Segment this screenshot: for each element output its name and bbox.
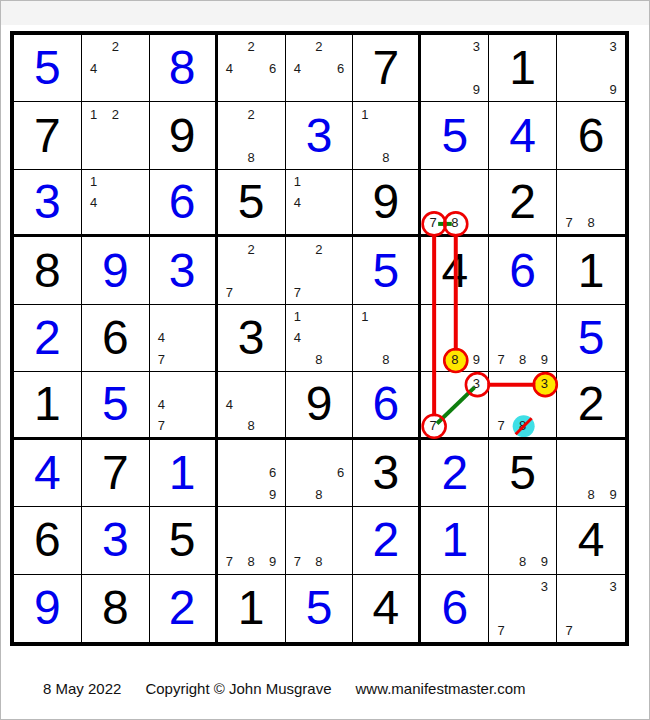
pencil-mark: 3 [602,36,624,57]
cell-r6c6[interactable]: 6 [353,372,421,439]
pencil-mark: 9 [262,551,284,572]
given-digit: 9 [373,178,400,226]
solved-digit: 5 [306,584,333,632]
pencil-mark: 4 [219,57,241,78]
cell-r6c1[interactable]: 1 [14,372,82,439]
pencil-mark: 8 [580,213,602,234]
given-digit: 2 [509,178,536,226]
pencil-mark: 1 [287,171,309,192]
cell-r1c2[interactable]: 24 [82,35,150,102]
pencil-mark: 7 [422,415,444,436]
cell-r1c9[interactable]: 39 [557,35,625,102]
pencil-mark: 8 [375,146,396,167]
given-digit: 6 [578,112,605,160]
given-digit: 6 [102,314,129,362]
pencil-mark: 8 [512,415,534,436]
cell-r1c6[interactable]: 7 [353,35,421,102]
pencil-mark: 6 [262,57,284,78]
cell-r3c7[interactable]: 78 [421,170,489,237]
cell-r7c6[interactable]: 3 [353,440,421,507]
pencil-mark: 8 [308,484,330,505]
pencil-mark: 4 [83,57,105,78]
cell-r6c4[interactable]: 48 [218,372,286,439]
cell-r5c1[interactable]: 2 [14,305,82,372]
pencil-mark: 7 [558,213,580,234]
given-digit: 3 [373,449,400,497]
solved-digit: 5 [34,44,61,92]
cell-r5c7[interactable]: 89 [421,305,489,372]
cell-r4c7[interactable]: 4 [421,237,489,304]
pencil-mark: 8 [240,551,262,572]
solved-digit: 6 [441,584,468,632]
cell-r3c4[interactable]: 5 [218,170,286,237]
pencil-mark: 8 [240,415,262,436]
pencil-mark: 7 [422,213,444,234]
pencil-mark: 4 [287,57,309,78]
cell-r2c9[interactable]: 6 [557,102,625,169]
cell-r4c1[interactable]: 8 [14,237,82,304]
solved-digit: 3 [306,112,333,160]
pencil-mark: 7 [490,349,512,370]
pencil-mark: 3 [533,373,555,394]
cell-r1c1[interactable]: 5 [14,35,82,102]
cell-r5c6[interactable]: 18 [353,305,421,372]
cell-r3c8[interactable]: 2 [489,170,557,237]
given-digit: 8 [34,247,61,295]
pencil-mark: 4 [83,192,105,213]
pencil-mark: 8 [308,349,330,370]
cell-r6c5[interactable]: 9 [286,372,354,439]
solved-digit: 4 [509,112,536,160]
solved-digit: 1 [169,449,196,497]
given-digit: 9 [306,380,333,428]
pencil-mark: 9 [466,349,488,370]
title-bar-strip [1,1,649,25]
pencil-mark: 7 [151,415,172,436]
given-digit: 7 [102,449,129,497]
cell-r9c1[interactable]: 9 [14,575,82,642]
pencil-mark: 9 [533,551,555,572]
pencil-mark: 8 [444,349,466,370]
cell-r1c3[interactable]: 8 [150,35,218,102]
cell-r4c5[interactable]: 27 [286,237,354,304]
cell-r8c8[interactable]: 89 [489,507,557,574]
cell-r2c7[interactable]: 5 [421,102,489,169]
pencil-mark: 6 [330,57,352,78]
pencil-mark: 3 [602,576,624,598]
pencil-mark: 7 [287,551,309,572]
pencil-mark: 9 [602,79,624,100]
footer-date: 8 May 2022 [43,680,121,697]
cell-r8c7[interactable]: 1 [421,507,489,574]
solved-digit: 6 [169,178,196,226]
pencil-mark: 3 [533,576,555,598]
footer: 8 May 2022 Copyright © John Musgrave www… [43,680,526,697]
pencil-mark: 7 [287,281,309,302]
cell-r2c8[interactable]: 4 [489,102,557,169]
cell-r9c5[interactable]: 5 [286,575,354,642]
cell-r8c6[interactable]: 2 [353,507,421,574]
pencil-mark: 7 [490,619,512,641]
cell-r6c2[interactable]: 5 [82,372,150,439]
cell-r6c8[interactable]: 378 [489,372,557,439]
given-digit: 5 [169,516,196,564]
given-digit: 1 [34,380,61,428]
pencil-mark: 7 [219,281,241,302]
given-digit: 8 [102,584,129,632]
solved-digit: 5 [578,314,605,362]
solved-digit: 1 [441,516,468,564]
cell-r2c3[interactable]: 9 [150,102,218,169]
cell-r1c4[interactable]: 246 [218,35,286,102]
given-digit: 3 [238,314,265,362]
pencil-mark: 2 [240,103,262,124]
cell-r3c9[interactable]: 78 [557,170,625,237]
solved-digit: 3 [169,247,196,295]
cell-r4c3[interactable]: 3 [150,237,218,304]
footer-url: www.manifestmaster.com [356,680,526,697]
given-digit: 1 [578,247,605,295]
cell-r2c1[interactable]: 7 [14,102,82,169]
pencil-mark: 6 [330,462,352,483]
cell-r7c1[interactable]: 4 [14,440,82,507]
pencil-mark: 4 [151,394,172,415]
cell-r4c6[interactable]: 5 [353,237,421,304]
cell-r8c9[interactable]: 4 [557,507,625,574]
pencil-mark: 1 [287,306,309,327]
cell-r2c6[interactable]: 18 [353,102,421,169]
pencil-mark: 8 [308,551,330,572]
solved-digit: 9 [102,247,129,295]
cell-r5c5[interactable]: 148 [286,305,354,372]
cell-r5c4[interactable]: 3 [218,305,286,372]
cell-r8c4[interactable]: 789 [218,507,286,574]
pencil-mark: 9 [602,484,624,505]
cell-r7c5[interactable]: 68 [286,440,354,507]
given-digit: 6 [34,516,61,564]
cell-r3c5[interactable]: 14 [286,170,354,237]
solved-digit: 3 [34,178,61,226]
cell-r1c7[interactable]: 39 [421,35,489,102]
pencil-mark: 2 [240,36,262,57]
given-digit: 1 [509,44,536,92]
pencil-mark: 2 [240,238,262,259]
page: 5248246246739139712928318546314651497827… [0,0,650,720]
solved-digit: 3 [102,516,129,564]
cell-r4c9[interactable]: 1 [557,237,625,304]
footer-copyright: Copyright © John Musgrave [145,680,331,697]
pencil-mark: 3 [466,373,488,394]
pencil-mark: 2 [105,103,127,124]
solved-digit: 2 [441,449,468,497]
pencil-mark: 7 [558,619,580,641]
pencil-mark: 2 [308,238,330,259]
pencil-mark: 8 [512,551,534,572]
cell-r2c2[interactable]: 12 [82,102,150,169]
cell-r3c6[interactable]: 9 [353,170,421,237]
cell-r6c3[interactable]: 47 [150,372,218,439]
cell-r4c4[interactable]: 27 [218,237,286,304]
pencil-mark: 8 [444,213,466,234]
pencil-mark: 4 [219,394,241,415]
pencil-mark: 2 [105,36,127,57]
pencil-mark: 1 [83,103,105,124]
given-digit: 4 [441,247,468,295]
pencil-mark: 1 [354,103,375,124]
given-digit: 1 [238,584,265,632]
cell-r7c7[interactable]: 2 [421,440,489,507]
cell-r1c8[interactable]: 1 [489,35,557,102]
pencil-mark: 8 [240,146,262,167]
solved-digit: 5 [373,247,400,295]
cell-r7c8[interactable]: 5 [489,440,557,507]
given-digit: 5 [238,178,265,226]
pencil-mark: 7 [490,415,512,436]
cell-r9c6[interactable]: 4 [353,575,421,642]
pencil-mark: 8 [512,349,534,370]
cell-r9c2[interactable]: 8 [82,575,150,642]
cell-r8c3[interactable]: 5 [150,507,218,574]
cell-r6c7[interactable]: 37 [421,372,489,439]
cell-r2c5[interactable]: 3 [286,102,354,169]
cell-r1c5[interactable]: 246 [286,35,354,102]
pencil-mark: 3 [466,36,488,57]
given-digit: 5 [509,449,536,497]
cell-r4c2[interactable]: 9 [82,237,150,304]
cell-r7c4[interactable]: 69 [218,440,286,507]
pencil-mark: 9 [466,79,488,100]
solved-digit: 8 [169,44,196,92]
sudoku-board: 5248246246739139712928318546314651497827… [10,31,629,646]
cell-r9c4[interactable]: 1 [218,575,286,642]
cell-r2c4[interactable]: 28 [218,102,286,169]
cell-r6c9[interactable]: 2 [557,372,625,439]
pencil-mark: 9 [262,484,284,505]
given-digit: 2 [578,380,605,428]
given-digit: 9 [169,112,196,160]
pencil-mark: 8 [375,349,396,370]
cell-r8c5[interactable]: 78 [286,507,354,574]
cell-r9c9[interactable]: 37 [557,575,625,642]
cell-r5c9[interactable]: 5 [557,305,625,372]
solved-digit: 6 [373,380,400,428]
pencil-mark: 9 [533,349,555,370]
cell-r3c2[interactable]: 14 [82,170,150,237]
given-digit: 7 [373,44,400,92]
cell-r3c1[interactable]: 3 [14,170,82,237]
cell-r5c8[interactable]: 789 [489,305,557,372]
solved-digit: 4 [34,449,61,497]
pencil-mark: 4 [287,327,309,348]
given-digit: 4 [578,516,605,564]
cell-r9c3[interactable]: 2 [150,575,218,642]
pencil-mark: 2 [308,36,330,57]
cell-r5c3[interactable]: 47 [150,305,218,372]
cell-r7c9[interactable]: 89 [557,440,625,507]
solved-digit: 5 [102,380,129,428]
cell-r4c8[interactable]: 6 [489,237,557,304]
solved-digit: 5 [441,112,468,160]
solved-digit: 2 [34,314,61,362]
solved-digit: 2 [169,584,196,632]
cell-r7c2[interactable]: 7 [82,440,150,507]
pencil-mark: 8 [580,484,602,505]
pencil-mark: 1 [83,171,105,192]
cell-r7c3[interactable]: 1 [150,440,218,507]
pencil-mark: 6 [262,462,284,483]
given-digit: 7 [34,112,61,160]
pencil-mark: 7 [219,551,241,572]
solved-digit: 9 [34,584,61,632]
cell-r9c7[interactable]: 6 [421,575,489,642]
solved-digit: 6 [509,247,536,295]
pencil-mark: 7 [151,349,172,370]
pencil-mark: 4 [151,327,172,348]
cell-r8c2[interactable]: 3 [82,507,150,574]
cell-r3c3[interactable]: 6 [150,170,218,237]
cell-r8c1[interactable]: 6 [14,507,82,574]
given-digit: 4 [373,584,400,632]
cell-r9c8[interactable]: 37 [489,575,557,642]
pencil-mark: 4 [287,192,309,213]
pencil-mark: 1 [354,306,375,327]
solved-digit: 2 [373,516,400,564]
cell-r5c2[interactable]: 6 [82,305,150,372]
